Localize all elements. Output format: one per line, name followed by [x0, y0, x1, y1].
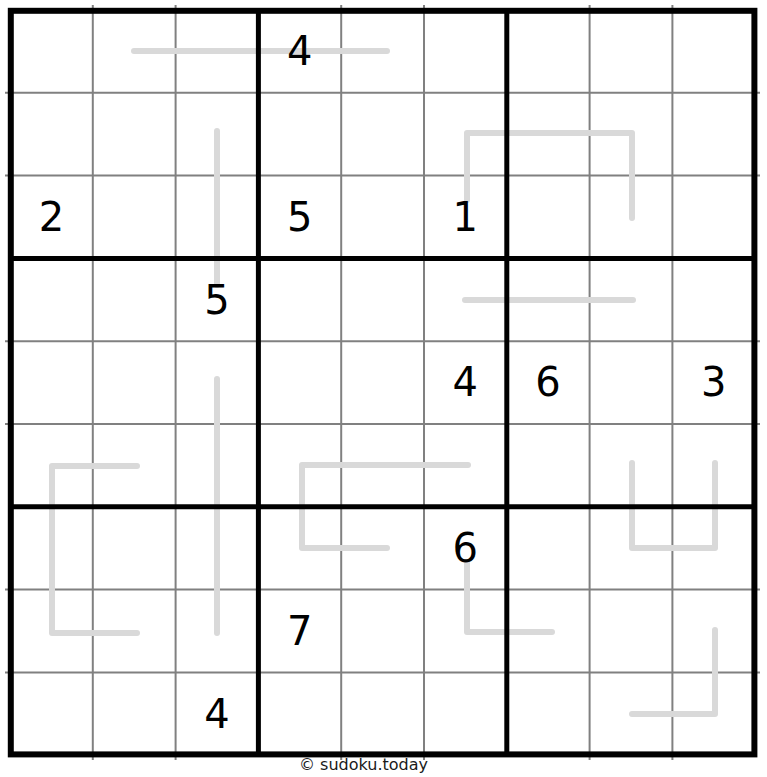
cell-r1c1[interactable] — [10, 10, 93, 93]
cell-r6c7[interactable] — [507, 424, 590, 507]
cell-r2c4[interactable] — [258, 93, 341, 176]
cell-r2c1[interactable] — [10, 93, 93, 176]
cell-r4c1[interactable] — [10, 258, 93, 341]
given-digit: 4 — [453, 362, 478, 402]
cell-r8c3[interactable] — [176, 589, 259, 672]
cell-r9c1[interactable] — [10, 672, 93, 755]
cell-r2c9[interactable] — [672, 93, 755, 176]
cell-r7c2[interactable] — [93, 507, 176, 590]
cell-r1c8[interactable] — [589, 10, 672, 93]
cell-r5c2[interactable] — [93, 341, 176, 424]
cell-r6c3[interactable] — [176, 424, 259, 507]
cell-r2c3[interactable] — [176, 93, 259, 176]
cell-r5c1[interactable] — [10, 341, 93, 424]
cell-r6c2[interactable] — [93, 424, 176, 507]
cell-r5c6[interactable]: 4 — [424, 341, 507, 424]
cell-r4c7[interactable] — [507, 258, 590, 341]
cell-r3c2[interactable] — [93, 176, 176, 259]
cell-r7c7[interactable] — [507, 507, 590, 590]
cell-r5c8[interactable] — [589, 341, 672, 424]
given-digit: 6 — [535, 362, 560, 402]
cell-r2c8[interactable] — [589, 93, 672, 176]
given-digit: 4 — [287, 31, 312, 71]
cell-r7c5[interactable] — [341, 507, 424, 590]
cell-r8c6[interactable] — [424, 589, 507, 672]
cell-r9c5[interactable] — [341, 672, 424, 755]
cell-r9c9[interactable] — [672, 672, 755, 755]
cell-r6c6[interactable] — [424, 424, 507, 507]
given-digit: 1 — [453, 197, 478, 237]
cell-r3c4[interactable]: 5 — [258, 176, 341, 259]
cell-r3c5[interactable] — [341, 176, 424, 259]
given-digit: 5 — [204, 280, 229, 320]
cell-r8c5[interactable] — [341, 589, 424, 672]
sudoku-board: 42515463674 — [10, 10, 755, 755]
cell-r7c3[interactable] — [176, 507, 259, 590]
given-digit: 5 — [287, 197, 312, 237]
cell-r5c9[interactable]: 3 — [672, 341, 755, 424]
cell-r4c9[interactable] — [672, 258, 755, 341]
cell-r1c2[interactable] — [93, 10, 176, 93]
cell-r4c5[interactable] — [341, 258, 424, 341]
given-digit: 2 — [39, 197, 64, 237]
cell-r1c4[interactable]: 4 — [258, 10, 341, 93]
given-digit: 7 — [287, 611, 312, 651]
cell-r5c7[interactable]: 6 — [507, 341, 590, 424]
cell-r9c6[interactable] — [424, 672, 507, 755]
cell-r3c7[interactable] — [507, 176, 590, 259]
cell-r9c7[interactable] — [507, 672, 590, 755]
cell-r4c2[interactable] — [93, 258, 176, 341]
cell-r5c3[interactable] — [176, 341, 259, 424]
cell-r7c9[interactable] — [672, 507, 755, 590]
cell-r9c4[interactable] — [258, 672, 341, 755]
puzzle-page: 42515463674 © sudoku.today — [0, 0, 767, 777]
given-digit: 3 — [701, 362, 726, 402]
given-digit: 4 — [204, 694, 229, 734]
cell-r4c6[interactable] — [424, 258, 507, 341]
footer-credit: © sudoku.today — [0, 755, 727, 774]
cell-r4c4[interactable] — [258, 258, 341, 341]
cell-r8c8[interactable] — [589, 589, 672, 672]
cell-r6c5[interactable] — [341, 424, 424, 507]
given-digit: 6 — [453, 528, 478, 568]
cell-r1c7[interactable] — [507, 10, 590, 93]
cell-r8c7[interactable] — [507, 589, 590, 672]
cell-r1c3[interactable] — [176, 10, 259, 93]
cell-r3c1[interactable]: 2 — [10, 176, 93, 259]
cell-r1c9[interactable] — [672, 10, 755, 93]
cell-r1c6[interactable] — [424, 10, 507, 93]
cell-r4c8[interactable] — [589, 258, 672, 341]
cell-r2c7[interactable] — [507, 93, 590, 176]
cell-r2c6[interactable] — [424, 93, 507, 176]
cell-r6c4[interactable] — [258, 424, 341, 507]
cell-r2c5[interactable] — [341, 93, 424, 176]
cell-r3c9[interactable] — [672, 176, 755, 259]
cell-r3c6[interactable]: 1 — [424, 176, 507, 259]
cell-r9c3[interactable]: 4 — [176, 672, 259, 755]
cell-r7c8[interactable] — [589, 507, 672, 590]
cell-r8c4[interactable]: 7 — [258, 589, 341, 672]
cell-r6c1[interactable] — [10, 424, 93, 507]
cell-r2c2[interactable] — [93, 93, 176, 176]
cell-r3c3[interactable] — [176, 176, 259, 259]
cell-r1c5[interactable] — [341, 10, 424, 93]
cell-r3c8[interactable] — [589, 176, 672, 259]
cell-r7c1[interactable] — [10, 507, 93, 590]
cell-r5c5[interactable] — [341, 341, 424, 424]
cell-r4c3[interactable]: 5 — [176, 258, 259, 341]
cell-r9c8[interactable] — [589, 672, 672, 755]
cell-r7c4[interactable] — [258, 507, 341, 590]
cell-r8c2[interactable] — [93, 589, 176, 672]
cell-r5c4[interactable] — [258, 341, 341, 424]
cell-r6c8[interactable] — [589, 424, 672, 507]
cell-r8c9[interactable] — [672, 589, 755, 672]
cell-r9c2[interactable] — [93, 672, 176, 755]
cell-r6c9[interactable] — [672, 424, 755, 507]
cell-r7c6[interactable]: 6 — [424, 507, 507, 590]
cell-r8c1[interactable] — [10, 589, 93, 672]
